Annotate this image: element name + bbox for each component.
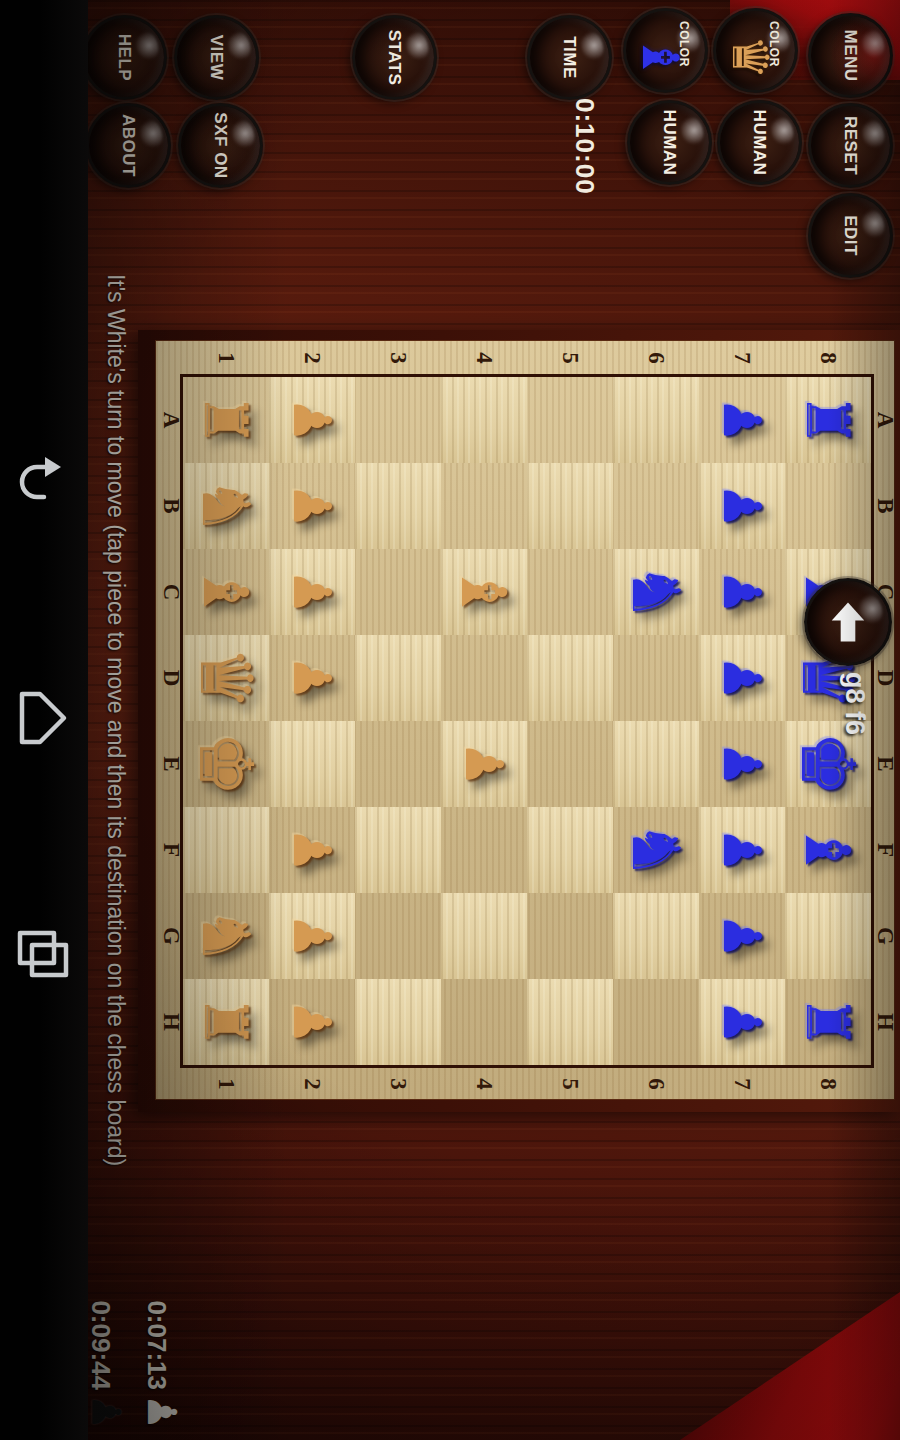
color-button-white-side[interactable]: COLOR ♛ — [713, 8, 798, 93]
square-c5[interactable] — [527, 549, 613, 635]
undo-arrow-icon — [822, 596, 874, 648]
square-g5[interactable] — [527, 893, 613, 979]
piece-black-bishop-f8[interactable]: ♝ — [785, 807, 871, 893]
square-a4[interactable] — [441, 377, 527, 463]
piece-black-pawn-b7[interactable]: ♟ — [699, 463, 785, 549]
piece-white-knight-b1[interactable]: ♞ — [183, 463, 269, 549]
undo-move-button[interactable] — [804, 578, 892, 666]
human-button-white-side[interactable]: HUMAN — [717, 100, 802, 185]
status-message: It's White's turn to move (tap piece to … — [102, 0, 129, 1440]
human-label: HUMAN — [750, 110, 770, 176]
square-h3[interactable] — [355, 979, 441, 1065]
piece-white-pawn-e4[interactable]: ♟ — [441, 721, 527, 807]
piece-white-knight-g1[interactable]: ♞ — [183, 893, 269, 979]
nav-back-button[interactable] — [12, 434, 74, 530]
square-b5[interactable] — [527, 463, 613, 549]
piece-white-rook-h1[interactable]: ♜ — [183, 979, 269, 1065]
chess-app-rotated-landscape: AABBCCDDEEFFGGHH8877665544332211 ♜♝♛♚♝♜♟… — [0, 0, 900, 1440]
square-f1[interactable] — [183, 807, 269, 893]
color-button-black-side[interactable]: COLOR ♝ — [623, 8, 708, 93]
black-pawn-icon: ♟ — [86, 1394, 126, 1430]
square-d4[interactable] — [441, 635, 527, 721]
piece-black-pawn-g7[interactable]: ♟ — [699, 893, 785, 979]
square-b4[interactable] — [441, 463, 527, 549]
last-move-text: g8 f6 — [839, 672, 870, 735]
reset-label: RESET — [841, 116, 861, 175]
piece-white-pawn-h2[interactable]: ♟ — [269, 979, 355, 1065]
square-f5[interactable] — [527, 807, 613, 893]
piece-white-king-e1[interactable]: ♚ — [183, 721, 269, 807]
square-b3[interactable] — [355, 463, 441, 549]
piece-black-rook-h8[interactable]: ♜ — [785, 979, 871, 1065]
white-clock-time: 0:07:13 — [141, 1298, 172, 1390]
piece-white-pawn-f2[interactable]: ♟ — [269, 807, 355, 893]
stats-button[interactable]: STATS — [352, 15, 437, 100]
recent-apps-icon — [14, 925, 72, 983]
time-control-value: 0:10:00 — [569, 98, 600, 208]
human-button-black-side[interactable]: HUMAN — [627, 100, 712, 185]
square-b8[interactable] — [785, 463, 871, 549]
color-label: COLOR — [677, 21, 691, 67]
reset-button[interactable]: RESET — [808, 103, 893, 188]
piece-white-pawn-d2[interactable]: ♟ — [269, 635, 355, 721]
chess-board: AABBCCDDEEFFGGHH8877665544332211 ♜♝♛♚♝♜♟… — [138, 330, 900, 1112]
android-nav-bar — [0, 0, 88, 1440]
piece-black-knight-f6[interactable]: ♞ — [613, 807, 699, 893]
screenshot-stage: AABBCCDDEEFFGGHH8877665544332211 ♜♝♛♚♝♜♟… — [0, 0, 900, 1440]
square-d3[interactable] — [355, 635, 441, 721]
square-h6[interactable] — [613, 979, 699, 1065]
time-button[interactable]: TIME — [527, 15, 612, 100]
stats-label: STATS — [385, 30, 405, 86]
square-a6[interactable] — [613, 377, 699, 463]
square-g4[interactable] — [441, 893, 527, 979]
menu-button[interactable]: MENU — [808, 13, 893, 98]
piece-black-pawn-d7[interactable]: ♟ — [699, 635, 785, 721]
square-b6[interactable] — [613, 463, 699, 549]
square-h5[interactable] — [527, 979, 613, 1065]
piece-white-pawn-a2[interactable]: ♟ — [269, 377, 355, 463]
piece-white-pawn-c2[interactable]: ♟ — [269, 549, 355, 635]
piece-black-pawn-a7[interactable]: ♟ — [699, 377, 785, 463]
nav-home-button[interactable] — [12, 670, 74, 766]
square-c3[interactable] — [355, 549, 441, 635]
square-g8[interactable] — [785, 893, 871, 979]
piece-black-pawn-c7[interactable]: ♟ — [699, 549, 785, 635]
view-label: VIEW — [207, 35, 227, 80]
square-f4[interactable] — [441, 807, 527, 893]
home-icon — [14, 688, 72, 748]
square-f3[interactable] — [355, 807, 441, 893]
square-a3[interactable] — [355, 377, 441, 463]
piece-black-pawn-f7[interactable]: ♟ — [699, 807, 785, 893]
piece-white-queen-d1[interactable]: ♛ — [183, 635, 269, 721]
menu-label: MENU — [841, 29, 861, 81]
edit-label: EDIT — [841, 215, 861, 256]
square-a5[interactable] — [527, 377, 613, 463]
nav-recents-button[interactable] — [12, 906, 74, 1002]
piece-white-pawn-g2[interactable]: ♟ — [269, 893, 355, 979]
black-clock-time: 0:09:44 — [85, 1298, 116, 1390]
square-e2[interactable] — [269, 721, 355, 807]
piece-white-pawn-b2[interactable]: ♟ — [269, 463, 355, 549]
time-label: TIME — [560, 36, 580, 79]
square-h4[interactable] — [441, 979, 527, 1065]
sxf-toggle-button[interactable]: SXF ON — [178, 103, 263, 188]
piece-white-rook-a1[interactable]: ♜ — [183, 377, 269, 463]
piece-white-bishop-c4[interactable]: ♝ — [441, 549, 527, 635]
back-icon — [15, 445, 71, 519]
color-label: COLOR — [767, 21, 781, 67]
piece-black-pawn-e7[interactable]: ♟ — [699, 721, 785, 807]
piece-black-knight-c6[interactable]: ♞ — [613, 549, 699, 635]
square-d6[interactable] — [613, 635, 699, 721]
view-button[interactable]: VIEW — [174, 15, 259, 100]
white-pawn-icon: ♟ — [142, 1394, 182, 1430]
piece-black-rook-a8[interactable]: ♜ — [785, 377, 871, 463]
square-e5[interactable] — [527, 721, 613, 807]
piece-black-pawn-h7[interactable]: ♟ — [699, 979, 785, 1065]
square-e6[interactable] — [613, 721, 699, 807]
square-e3[interactable] — [355, 721, 441, 807]
square-g3[interactable] — [355, 893, 441, 979]
square-g6[interactable] — [613, 893, 699, 979]
sxf-label: SXF ON — [211, 112, 231, 178]
human-label: HUMAN — [660, 110, 680, 176]
square-d5[interactable] — [527, 635, 613, 721]
piece-white-bishop-c1[interactable]: ♝ — [183, 549, 269, 635]
edit-button[interactable]: EDIT — [808, 193, 893, 278]
